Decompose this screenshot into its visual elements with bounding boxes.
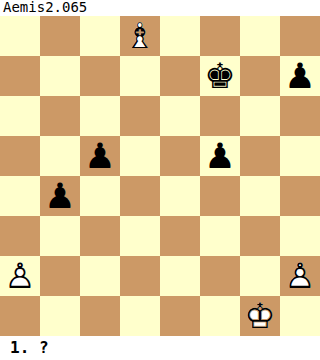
square-e5[interactable] (160, 136, 200, 176)
square-b7[interactable] (40, 56, 80, 96)
square-a7[interactable] (0, 56, 40, 96)
square-a3[interactable] (0, 216, 40, 256)
white-bishop: ♗ (120, 16, 160, 56)
square-b3[interactable] (40, 216, 80, 256)
square-f6[interactable] (200, 96, 240, 136)
square-d4[interactable] (120, 176, 160, 216)
square-e3[interactable] (160, 216, 200, 256)
square-h3[interactable] (280, 216, 320, 256)
white-bishop-fill: ♝ (120, 16, 160, 56)
move-prompt: 1. ? (0, 336, 320, 360)
square-c5[interactable]: ♟ (80, 136, 120, 176)
square-f4[interactable] (200, 176, 240, 216)
square-e2[interactable] (160, 256, 200, 296)
square-e1[interactable] (160, 296, 200, 336)
square-g4[interactable] (240, 176, 280, 216)
square-c1[interactable] (80, 296, 120, 336)
square-a6[interactable] (0, 96, 40, 136)
square-f1[interactable] (200, 296, 240, 336)
black-king: ♚ (200, 56, 240, 96)
black-pawn: ♟ (200, 136, 240, 176)
chess-board: ♝♗♚♟♟♟♟♟♙♟♙♚♔ (0, 16, 320, 336)
square-d3[interactable] (120, 216, 160, 256)
square-c7[interactable] (80, 56, 120, 96)
white-pawn-fill: ♟ (280, 256, 320, 296)
square-b8[interactable] (40, 16, 80, 56)
square-h8[interactable] (280, 16, 320, 56)
square-g2[interactable] (240, 256, 280, 296)
white-king: ♔ (240, 296, 280, 336)
square-d5[interactable] (120, 136, 160, 176)
square-d1[interactable] (120, 296, 160, 336)
square-b4[interactable]: ♟ (40, 176, 80, 216)
square-f8[interactable] (200, 16, 240, 56)
square-a1[interactable] (0, 296, 40, 336)
square-a5[interactable] (0, 136, 40, 176)
square-h4[interactable] (280, 176, 320, 216)
square-c4[interactable] (80, 176, 120, 216)
white-pawn: ♙ (280, 256, 320, 296)
page-title: Aemis2.065 (0, 0, 320, 16)
square-d2[interactable] (120, 256, 160, 296)
square-g7[interactable] (240, 56, 280, 96)
square-g8[interactable] (240, 16, 280, 56)
square-e4[interactable] (160, 176, 200, 216)
square-h6[interactable] (280, 96, 320, 136)
square-c6[interactable] (80, 96, 120, 136)
square-h2[interactable]: ♟♙ (280, 256, 320, 296)
square-h7[interactable]: ♟ (280, 56, 320, 96)
square-a4[interactable] (0, 176, 40, 216)
square-c2[interactable] (80, 256, 120, 296)
square-f2[interactable] (200, 256, 240, 296)
square-b5[interactable] (40, 136, 80, 176)
white-pawn-fill: ♟ (0, 256, 40, 296)
square-d7[interactable] (120, 56, 160, 96)
square-d8[interactable]: ♝♗ (120, 16, 160, 56)
white-pawn: ♙ (0, 256, 40, 296)
square-e8[interactable] (160, 16, 200, 56)
square-f3[interactable] (200, 216, 240, 256)
white-king-fill: ♚ (240, 296, 280, 336)
square-g6[interactable] (240, 96, 280, 136)
square-a2[interactable]: ♟♙ (0, 256, 40, 296)
square-g3[interactable] (240, 216, 280, 256)
black-pawn: ♟ (280, 56, 320, 96)
square-h1[interactable] (280, 296, 320, 336)
square-f5[interactable]: ♟ (200, 136, 240, 176)
square-b6[interactable] (40, 96, 80, 136)
black-pawn: ♟ (80, 136, 120, 176)
black-pawn: ♟ (40, 176, 80, 216)
square-a8[interactable] (0, 16, 40, 56)
square-c8[interactable] (80, 16, 120, 56)
square-h5[interactable] (280, 136, 320, 176)
square-d6[interactable] (120, 96, 160, 136)
square-e6[interactable] (160, 96, 200, 136)
square-c3[interactable] (80, 216, 120, 256)
square-g1[interactable]: ♚♔ (240, 296, 280, 336)
square-f7[interactable]: ♚ (200, 56, 240, 96)
square-e7[interactable] (160, 56, 200, 96)
square-g5[interactable] (240, 136, 280, 176)
square-b1[interactable] (40, 296, 80, 336)
square-b2[interactable] (40, 256, 80, 296)
